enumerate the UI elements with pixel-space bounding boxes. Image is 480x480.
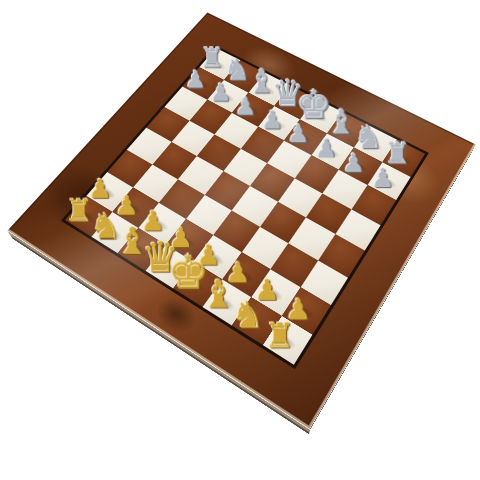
piece-white-rook[interactable]: ♜ (243, 319, 316, 353)
chess-board: ♜♞♝♛♚♝♞♜♟♟♟♟♟♟♟♟♟♟♟♟♟♟♟♟♜♞♝♛♚♝♞♜ (8, 13, 476, 430)
piece-black-pawn[interactable]: ♟ (350, 165, 414, 191)
chess-set-photo: ♜♞♝♛♚♝♞♜♟♟♟♟♟♟♟♟♟♟♟♟♟♟♟♟♜♞♝♛♚♝♞♜ (0, 0, 480, 480)
